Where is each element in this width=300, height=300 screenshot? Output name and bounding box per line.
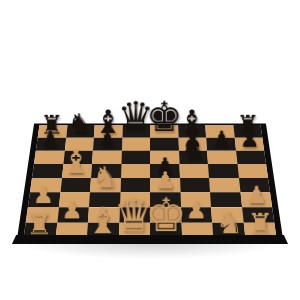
square-f6: ♞ [179,151,208,164]
square-h3: ♟ [240,192,272,207]
square-e8: ♚ [150,125,178,138]
piece-white-rook-a1: ♜ [26,210,52,239]
square-g6 [207,151,237,164]
square-g4 [209,178,240,192]
square-h6 [236,151,266,164]
piece-white-bishop-b5: ♝ [61,144,91,178]
square-a3: ♟ [28,192,60,207]
piece-white-knight-g1: ♞ [215,208,243,239]
square-d5 [121,164,151,178]
square-b4 [60,178,91,192]
square-d6 [121,151,150,164]
piece-black-pawn-c7: ♟ [97,128,117,150]
product-photo: ♜♞♝♛♚♝♜♟♟♟♟♟♞♝♟♞♟♟♟♟♟♜♝♛♚♞♜ [0,0,300,300]
floor-shadow [18,243,282,259]
square-a5 [32,164,63,178]
piece-white-pawn-h3: ♟ [246,183,267,207]
square-b8: ♞ [66,125,95,138]
piece-black-pawn-h7: ♟ [240,128,260,150]
square-f5 [179,164,209,178]
piece-white-pawn-a3: ♟ [32,183,53,207]
piece-white-king-e1: ♚ [145,192,186,238]
piece-black-pawn-a7: ♟ [40,128,60,150]
square-d7 [121,138,150,151]
piece-white-pawn-b2: ♟ [61,198,83,222]
piece-black-knight-b8: ♞ [67,110,92,138]
square-g7: ♟ [206,138,235,151]
square-c7: ♟ [93,138,122,151]
piece-black-pawn-g7: ♟ [211,128,231,150]
square-e7 [150,138,179,151]
piece-white-rook-h1: ♜ [248,210,274,239]
chess-board: ♜♞♝♛♚♝♜♟♟♟♟♟♞♝♟♞♟♟♟♟♟♜♝♛♚♞♜ [17,123,284,240]
square-b5: ♝ [62,164,92,178]
piece-white-pawn-f2: ♟ [186,198,208,222]
piece-black-knight-f6: ♞ [181,136,207,165]
square-h5 [237,164,268,178]
square-g5 [208,164,238,178]
square-b2: ♟ [57,207,89,222]
board-tilt-plane: ♜♞♝♛♚♝♜♟♟♟♟♟♞♝♟♞♟♟♟♟♟♜♝♛♚♞♜ [17,123,284,240]
square-h7: ♟ [234,138,264,151]
